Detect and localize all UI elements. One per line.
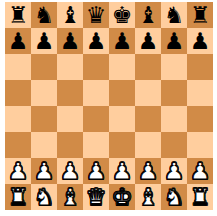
square-f1[interactable]: ♝	[135, 184, 161, 210]
square-b3[interactable]	[31, 132, 57, 158]
square-h4[interactable]	[187, 106, 213, 132]
black-pawn-piece[interactable]: ♟	[112, 28, 133, 54]
black-queen-piece[interactable]: ♛	[86, 2, 107, 28]
square-b4[interactable]	[31, 106, 57, 132]
white-pawn-piece[interactable]: ♟	[190, 158, 211, 184]
white-knight-piece[interactable]: ♞	[34, 184, 55, 210]
square-a1[interactable]: ♜	[5, 184, 31, 210]
square-h6[interactable]	[187, 54, 213, 80]
chess-board: ♜♞♝♛♚♝♞♜♟♟♟♟♟♟♟♟♟♟♟♟♟♟♟♟♜♞♝♛♚♝♞♜	[5, 2, 213, 210]
square-b7[interactable]: ♟	[31, 28, 57, 54]
white-king-piece[interactable]: ♚	[112, 184, 133, 210]
square-f4[interactable]	[135, 106, 161, 132]
square-b1[interactable]: ♞	[31, 184, 57, 210]
square-c1[interactable]: ♝	[57, 184, 83, 210]
black-pawn-piece[interactable]: ♟	[86, 28, 107, 54]
white-pawn-piece[interactable]: ♟	[138, 158, 159, 184]
white-pawn-piece[interactable]: ♟	[86, 158, 107, 184]
square-g7[interactable]: ♟	[161, 28, 187, 54]
square-b2[interactable]: ♟	[31, 158, 57, 184]
square-g5[interactable]	[161, 80, 187, 106]
square-g3[interactable]	[161, 132, 187, 158]
black-bishop-piece[interactable]: ♝	[60, 2, 81, 28]
square-h3[interactable]	[187, 132, 213, 158]
chess-app-window: ♜♞♝♛♚♝♞♜♟♟♟♟♟♟♟♟♟♟♟♟♟♟♟♟♜♞♝♛♚♝♞♜	[0, 0, 217, 216]
square-g1[interactable]: ♞	[161, 184, 187, 210]
square-e7[interactable]: ♟	[109, 28, 135, 54]
square-g8[interactable]: ♞	[161, 2, 187, 28]
square-c8[interactable]: ♝	[57, 2, 83, 28]
square-h1[interactable]: ♜	[187, 184, 213, 210]
white-pawn-piece[interactable]: ♟	[8, 158, 29, 184]
square-c3[interactable]	[57, 132, 83, 158]
square-e2[interactable]: ♟	[109, 158, 135, 184]
white-bishop-piece[interactable]: ♝	[138, 184, 159, 210]
square-a4[interactable]	[5, 106, 31, 132]
square-f2[interactable]: ♟	[135, 158, 161, 184]
square-d7[interactable]: ♟	[83, 28, 109, 54]
square-f5[interactable]	[135, 80, 161, 106]
black-knight-piece[interactable]: ♞	[34, 2, 55, 28]
black-king-piece[interactable]: ♚	[112, 2, 133, 28]
square-h2[interactable]: ♟	[187, 158, 213, 184]
square-c2[interactable]: ♟	[57, 158, 83, 184]
white-pawn-piece[interactable]: ♟	[34, 158, 55, 184]
square-d5[interactable]	[83, 80, 109, 106]
square-d4[interactable]	[83, 106, 109, 132]
square-e6[interactable]	[109, 54, 135, 80]
square-a8[interactable]: ♜	[5, 2, 31, 28]
white-rook-piece[interactable]: ♜	[8, 184, 29, 210]
square-d6[interactable]	[83, 54, 109, 80]
square-e1[interactable]: ♚	[109, 184, 135, 210]
square-a3[interactable]	[5, 132, 31, 158]
white-pawn-piece[interactable]: ♟	[60, 158, 81, 184]
square-e8[interactable]: ♚	[109, 2, 135, 28]
square-c7[interactable]: ♟	[57, 28, 83, 54]
black-pawn-piece[interactable]: ♟	[164, 28, 185, 54]
square-c5[interactable]	[57, 80, 83, 106]
square-f8[interactable]: ♝	[135, 2, 161, 28]
square-d8[interactable]: ♛	[83, 2, 109, 28]
square-f3[interactable]	[135, 132, 161, 158]
white-knight-piece[interactable]: ♞	[164, 184, 185, 210]
black-pawn-piece[interactable]: ♟	[34, 28, 55, 54]
square-h7[interactable]: ♟	[187, 28, 213, 54]
white-rook-piece[interactable]: ♜	[190, 184, 211, 210]
square-g4[interactable]	[161, 106, 187, 132]
black-pawn-piece[interactable]: ♟	[138, 28, 159, 54]
square-b8[interactable]: ♞	[31, 2, 57, 28]
white-pawn-piece[interactable]: ♟	[164, 158, 185, 184]
white-pawn-piece[interactable]: ♟	[112, 158, 133, 184]
square-b6[interactable]	[31, 54, 57, 80]
black-pawn-piece[interactable]: ♟	[190, 28, 211, 54]
square-f7[interactable]: ♟	[135, 28, 161, 54]
white-queen-piece[interactable]: ♛	[86, 184, 107, 210]
square-a5[interactable]	[5, 80, 31, 106]
square-c4[interactable]	[57, 106, 83, 132]
square-c6[interactable]	[57, 54, 83, 80]
square-h8[interactable]: ♜	[187, 2, 213, 28]
square-d1[interactable]: ♛	[83, 184, 109, 210]
square-d3[interactable]	[83, 132, 109, 158]
black-rook-piece[interactable]: ♜	[8, 2, 29, 28]
square-a7[interactable]: ♟	[5, 28, 31, 54]
square-e5[interactable]	[109, 80, 135, 106]
square-f6[interactable]	[135, 54, 161, 80]
black-rook-piece[interactable]: ♜	[190, 2, 211, 28]
square-e4[interactable]	[109, 106, 135, 132]
black-knight-piece[interactable]: ♞	[164, 2, 185, 28]
square-b5[interactable]	[31, 80, 57, 106]
square-g2[interactable]: ♟	[161, 158, 187, 184]
square-a6[interactable]	[5, 54, 31, 80]
black-pawn-piece[interactable]: ♟	[8, 28, 29, 54]
black-bishop-piece[interactable]: ♝	[138, 2, 159, 28]
black-pawn-piece[interactable]: ♟	[60, 28, 81, 54]
square-g6[interactable]	[161, 54, 187, 80]
square-h5[interactable]	[187, 80, 213, 106]
square-a2[interactable]: ♟	[5, 158, 31, 184]
square-e3[interactable]	[109, 132, 135, 158]
white-bishop-piece[interactable]: ♝	[60, 184, 81, 210]
square-d2[interactable]: ♟	[83, 158, 109, 184]
